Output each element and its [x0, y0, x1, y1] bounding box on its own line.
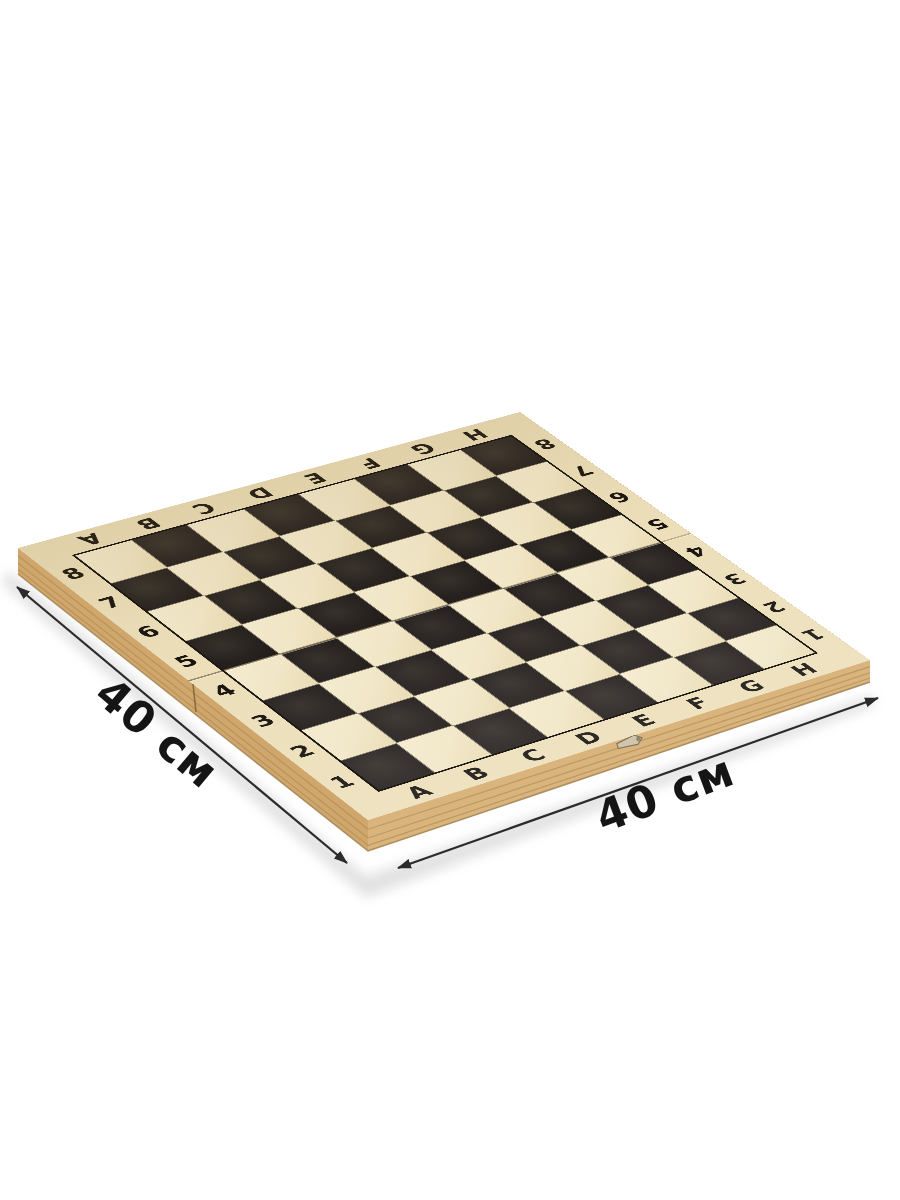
- product-photo-canvas: ABCDEFGH8877665544332211ABCDEFGH 40 см 4…: [0, 0, 900, 1200]
- dimension-arrows: [0, 0, 900, 1200]
